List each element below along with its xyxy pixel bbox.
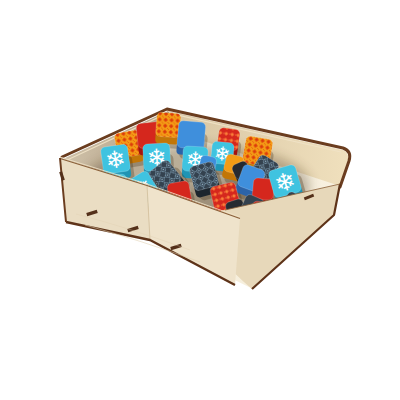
snowflake-pattern: ❄: [104, 145, 128, 176]
azul-tile-tray-photo: ❄❄❄❄❄❄❄: [0, 0, 400, 400]
tray-scene: ❄❄❄❄❄❄❄: [0, 0, 400, 400]
